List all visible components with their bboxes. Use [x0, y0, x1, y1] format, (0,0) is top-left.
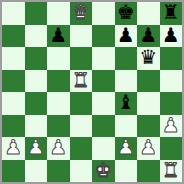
- square-c3[interactable]: [47, 115, 70, 138]
- square-b8[interactable]: [25, 2, 48, 25]
- square-h8[interactable]: ♜: [160, 2, 183, 25]
- square-d4[interactable]: [70, 92, 93, 115]
- piece-white-rook[interactable]: ♜: [72, 70, 90, 90]
- piece-black-pawn[interactable]: ♟: [117, 25, 135, 45]
- chess-board: ♛♚♜♟♟♟♟♛♜♝♟♟♟♟♟♟♚♜: [0, 0, 184, 184]
- square-h2[interactable]: [160, 137, 183, 160]
- square-a6[interactable]: [2, 47, 25, 70]
- piece-black-rook[interactable]: ♜: [162, 2, 180, 22]
- square-g2[interactable]: ♟: [137, 137, 160, 160]
- piece-white-pawn[interactable]: ♟: [162, 115, 180, 135]
- square-c2[interactable]: ♟: [47, 137, 70, 160]
- piece-white-pawn[interactable]: ♟: [27, 137, 45, 157]
- square-a8[interactable]: [2, 2, 25, 25]
- square-a3[interactable]: [2, 115, 25, 138]
- square-f7[interactable]: ♟: [115, 25, 138, 48]
- square-h7[interactable]: ♟: [160, 25, 183, 48]
- square-d2[interactable]: [70, 137, 93, 160]
- square-f2[interactable]: ♟: [115, 137, 138, 160]
- square-f4[interactable]: ♝: [115, 92, 138, 115]
- square-c6[interactable]: [47, 47, 70, 70]
- piece-black-pawn[interactable]: ♟: [162, 25, 180, 45]
- square-e3[interactable]: [92, 115, 115, 138]
- square-d7[interactable]: [70, 25, 93, 48]
- piece-white-pawn[interactable]: ♟: [117, 137, 135, 157]
- square-f1[interactable]: [115, 160, 138, 183]
- square-c1[interactable]: [47, 160, 70, 183]
- square-e4[interactable]: [92, 92, 115, 115]
- square-f8[interactable]: ♚: [115, 2, 138, 25]
- piece-white-pawn[interactable]: ♟: [4, 137, 22, 157]
- square-e1[interactable]: ♚: [92, 160, 115, 183]
- piece-white-king[interactable]: ♚: [94, 160, 112, 180]
- square-d8[interactable]: ♛: [70, 2, 93, 25]
- piece-white-queen[interactable]: ♛: [72, 2, 90, 22]
- square-e7[interactable]: [92, 25, 115, 48]
- square-g3[interactable]: [137, 115, 160, 138]
- square-d5[interactable]: ♜: [70, 70, 93, 93]
- piece-black-queen[interactable]: ♛: [139, 47, 157, 67]
- square-a5[interactable]: [2, 70, 25, 93]
- square-d3[interactable]: [70, 115, 93, 138]
- piece-black-king[interactable]: ♚: [117, 2, 135, 22]
- square-c5[interactable]: [47, 70, 70, 93]
- square-d6[interactable]: [70, 47, 93, 70]
- square-f6[interactable]: [115, 47, 138, 70]
- square-h1[interactable]: ♜: [160, 160, 183, 183]
- piece-black-pawn[interactable]: ♟: [139, 25, 157, 45]
- piece-white-rook[interactable]: ♜: [162, 160, 180, 180]
- square-b7[interactable]: [25, 25, 48, 48]
- square-c4[interactable]: [47, 92, 70, 115]
- square-g4[interactable]: [137, 92, 160, 115]
- square-f5[interactable]: [115, 70, 138, 93]
- square-b5[interactable]: [25, 70, 48, 93]
- square-g1[interactable]: [137, 160, 160, 183]
- square-a4[interactable]: [2, 92, 25, 115]
- square-c8[interactable]: [47, 2, 70, 25]
- square-e8[interactable]: [92, 2, 115, 25]
- square-e5[interactable]: [92, 70, 115, 93]
- square-a2[interactable]: ♟: [2, 137, 25, 160]
- square-d1[interactable]: [70, 160, 93, 183]
- square-e2[interactable]: [92, 137, 115, 160]
- square-b1[interactable]: [25, 160, 48, 183]
- square-e6[interactable]: [92, 47, 115, 70]
- square-a1[interactable]: [2, 160, 25, 183]
- square-g5[interactable]: [137, 70, 160, 93]
- piece-black-pawn[interactable]: ♟: [49, 25, 67, 45]
- square-b6[interactable]: [25, 47, 48, 70]
- square-g8[interactable]: [137, 2, 160, 25]
- square-c7[interactable]: ♟: [47, 25, 70, 48]
- piece-white-pawn[interactable]: ♟: [49, 137, 67, 157]
- piece-black-bishop[interactable]: ♝: [117, 92, 135, 112]
- square-g6[interactable]: ♛: [137, 47, 160, 70]
- square-h3[interactable]: ♟: [160, 115, 183, 138]
- square-h6[interactable]: [160, 47, 183, 70]
- square-b2[interactable]: ♟: [25, 137, 48, 160]
- square-f3[interactable]: [115, 115, 138, 138]
- square-h4[interactable]: [160, 92, 183, 115]
- square-g7[interactable]: ♟: [137, 25, 160, 48]
- square-b3[interactable]: [25, 115, 48, 138]
- square-h5[interactable]: [160, 70, 183, 93]
- square-b4[interactable]: [25, 92, 48, 115]
- piece-white-pawn[interactable]: ♟: [139, 137, 157, 157]
- square-a7[interactable]: [2, 25, 25, 48]
